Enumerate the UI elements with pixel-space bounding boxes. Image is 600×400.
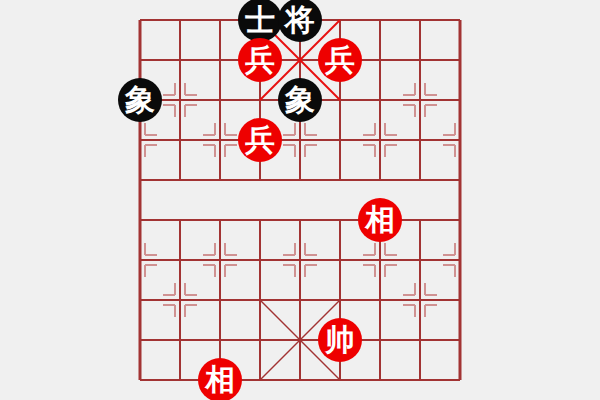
red-soldier-piece[interactable]: 兵 bbox=[238, 118, 282, 162]
red-general-piece[interactable]: 帅 bbox=[318, 318, 362, 362]
pieces-layer: 士将兵兵象象兵相帅相 bbox=[0, 0, 600, 400]
red-elephant-piece[interactable]: 相 bbox=[198, 358, 242, 400]
black-elephant-piece[interactable]: 象 bbox=[118, 78, 162, 122]
red-soldier-piece[interactable]: 兵 bbox=[238, 38, 282, 82]
black-advisor-piece[interactable]: 士 bbox=[238, 0, 282, 42]
xiangqi-app-window: 士将兵兵象象兵相帅相 bbox=[0, 0, 600, 400]
red-elephant-piece[interactable]: 相 bbox=[358, 198, 402, 242]
black-elephant-piece[interactable]: 象 bbox=[278, 78, 322, 122]
black-general-piece[interactable]: 将 bbox=[278, 0, 322, 42]
red-soldier-piece[interactable]: 兵 bbox=[318, 38, 362, 82]
